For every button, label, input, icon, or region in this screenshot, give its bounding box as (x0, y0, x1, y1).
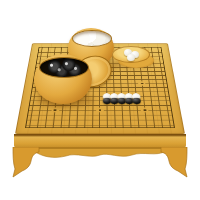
apron-shadow-line (32, 147, 168, 149)
star-point (141, 83, 143, 84)
board-apron-and-legs (10, 147, 190, 181)
star-point (54, 109, 57, 111)
board-cell (96, 103, 103, 108)
go-set-product-photo (0, 0, 200, 200)
white-bowl-opening (72, 30, 112, 47)
star-point (99, 109, 101, 111)
board-front-edge (14, 134, 186, 148)
right-leg (161, 147, 187, 177)
left-leg (13, 147, 39, 177)
stone-black (132, 98, 141, 105)
star-point (144, 109, 147, 111)
black-bowl-opening (39, 57, 89, 78)
dish-white-stone (127, 54, 135, 61)
